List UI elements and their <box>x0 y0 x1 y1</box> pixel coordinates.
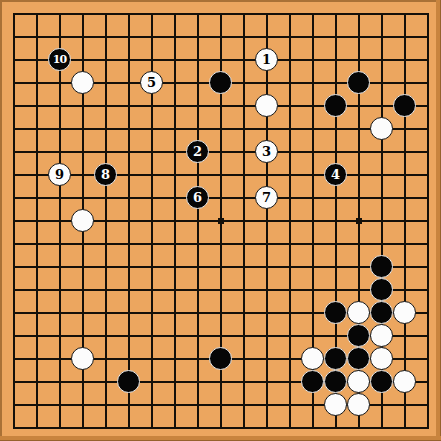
stone-black[interactable] <box>301 370 324 393</box>
move-number-label: 2 <box>193 145 202 158</box>
stone-white[interactable] <box>301 347 324 370</box>
stone-white[interactable] <box>393 301 416 324</box>
stone-black-move-4[interactable]: 4 <box>324 163 347 186</box>
stone-black[interactable] <box>370 255 393 278</box>
move-number-label: 5 <box>147 76 156 89</box>
stone-white-move-1[interactable]: 1 <box>255 48 278 71</box>
stone-black[interactable] <box>324 301 347 324</box>
board-edge-top <box>0 0 441 2</box>
move-number-label: 1 <box>262 53 271 66</box>
stone-black[interactable] <box>324 370 347 393</box>
stone-white-move-5[interactable]: 5 <box>140 71 163 94</box>
grid-line-horizontal <box>13 266 429 268</box>
star-point <box>218 218 224 224</box>
star-point <box>356 218 362 224</box>
stone-black-move-8[interactable]: 8 <box>94 163 117 186</box>
stone-black[interactable] <box>370 370 393 393</box>
board-edge-left <box>0 0 2 441</box>
stone-black[interactable] <box>370 278 393 301</box>
stone-white-move-7[interactable]: 7 <box>255 186 278 209</box>
grid-line-vertical <box>427 13 429 429</box>
stone-white[interactable] <box>393 370 416 393</box>
board-edge-right <box>436 0 441 441</box>
move-number-label: 6 <box>193 191 202 204</box>
stone-white[interactable] <box>255 94 278 117</box>
stone-white-move-3[interactable]: 3 <box>255 140 278 163</box>
grid-line-vertical <box>404 13 406 429</box>
stone-white-move-9[interactable]: 9 <box>48 163 71 186</box>
stone-black[interactable] <box>347 71 370 94</box>
stone-white[interactable] <box>370 347 393 370</box>
stone-black[interactable] <box>117 370 140 393</box>
stone-black[interactable] <box>209 347 232 370</box>
grid-line-horizontal <box>13 427 429 429</box>
stone-black-move-6[interactable]: 6 <box>186 186 209 209</box>
stone-white[interactable] <box>370 324 393 347</box>
stone-black[interactable] <box>324 347 347 370</box>
stone-black[interactable] <box>324 94 347 117</box>
move-number-label: 3 <box>262 145 271 158</box>
board-edge-bottom <box>0 436 441 441</box>
stone-white[interactable] <box>71 347 94 370</box>
stone-black[interactable] <box>347 347 370 370</box>
stone-black[interactable] <box>209 71 232 94</box>
stone-white[interactable] <box>71 209 94 232</box>
goban[interactable]: 10512398467 <box>0 0 441 441</box>
go-diagram: 10512398467 <box>0 0 441 441</box>
move-number-label: 7 <box>262 191 271 204</box>
move-number-label: 9 <box>55 168 64 181</box>
stone-white[interactable] <box>324 393 347 416</box>
move-number-label: 4 <box>331 168 340 181</box>
stone-black[interactable] <box>370 301 393 324</box>
grid-line-vertical <box>243 13 245 429</box>
stone-white[interactable] <box>347 301 370 324</box>
stone-black-move-10[interactable]: 10 <box>48 48 71 71</box>
stone-white[interactable] <box>370 117 393 140</box>
grid-line-horizontal <box>13 289 429 291</box>
stone-white[interactable] <box>347 393 370 416</box>
move-number-label: 10 <box>53 54 66 65</box>
grid-line-vertical <box>266 13 268 429</box>
stone-white[interactable] <box>71 71 94 94</box>
stone-black-move-2[interactable]: 2 <box>186 140 209 163</box>
move-number-label: 8 <box>101 168 110 181</box>
stone-white[interactable] <box>347 370 370 393</box>
stone-black[interactable] <box>347 324 370 347</box>
stone-black[interactable] <box>393 94 416 117</box>
grid-line-vertical <box>289 13 291 429</box>
grid-line-horizontal <box>13 243 429 245</box>
